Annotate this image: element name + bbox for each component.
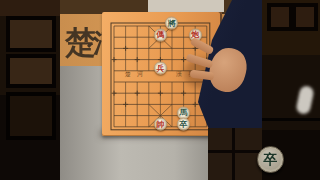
piece-char: 炮 xyxy=(191,31,199,39)
piece-char: 帥 xyxy=(156,120,164,128)
piece-卒[interactable]: 卒 xyxy=(177,118,190,131)
demo-char-chu: 楚 xyxy=(65,22,96,64)
piece-char: 卒 xyxy=(180,120,188,128)
loose-piece-char: 卒 xyxy=(264,151,278,169)
left-blur-bar xyxy=(0,0,60,180)
scene: 楚 河 界 楚 河 漢 界 將傌炮兵馬帥卒 xyxy=(60,0,262,180)
video-frame: 楚 河 界 楚 河 漢 界 將傌炮兵馬帥卒 卒 xyxy=(0,0,320,180)
blur-line xyxy=(262,118,320,121)
blur-cabinet-panel xyxy=(6,16,56,52)
blur-piece-blob xyxy=(295,85,315,115)
piece-兵[interactable]: 兵 xyxy=(154,62,167,75)
piece-炮[interactable]: 炮 xyxy=(189,28,202,41)
piece-char: 兵 xyxy=(156,64,164,72)
piece-char: 馬 xyxy=(180,109,188,117)
wooden-box xyxy=(208,128,262,180)
blur-cabinet-panel xyxy=(6,92,56,140)
piece-layer: 將傌炮兵馬帥卒 xyxy=(108,20,212,132)
wall-gap xyxy=(148,0,224,12)
blur-frame-shape xyxy=(267,3,293,31)
piece-傌[interactable]: 傌 xyxy=(154,28,167,41)
piece-帥[interactable]: 帥 xyxy=(154,118,167,131)
blur-frame-shape xyxy=(292,3,318,31)
piece-將[interactable]: 將 xyxy=(165,17,178,30)
piece-char: 將 xyxy=(168,19,176,27)
piece-char: 傌 xyxy=(156,31,164,39)
blur-cabinet-panel xyxy=(6,54,56,88)
xiangqi-board[interactable]: 楚 河 漢 界 將傌炮兵馬帥卒 xyxy=(102,12,222,136)
loose-soldier-piece[interactable]: 卒 xyxy=(257,146,284,173)
